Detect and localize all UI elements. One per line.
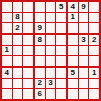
cell-r9c3[interactable] — [23, 89, 33, 99]
cell-r5c8[interactable] — [79, 46, 89, 56]
cell-r1c6[interactable]: 5 — [56, 2, 66, 12]
cell-r4c5[interactable] — [46, 35, 56, 45]
cell-r6c5[interactable] — [46, 56, 56, 66]
cell-r6c9[interactable] — [89, 56, 99, 66]
cell-r6c8[interactable] — [79, 56, 89, 66]
cell-r5c2[interactable] — [13, 46, 23, 56]
cell-r9c7[interactable] — [68, 89, 78, 99]
cell-r5c5[interactable] — [46, 46, 56, 56]
cell-r4c4[interactable]: 8 — [35, 35, 45, 45]
cell-r3c6[interactable] — [56, 23, 66, 33]
cell-r3c5[interactable] — [46, 23, 56, 33]
cell-r4c3[interactable] — [23, 35, 33, 45]
cell-r9c6[interactable] — [56, 89, 66, 99]
cell-r7c2[interactable] — [13, 68, 23, 78]
cell-r8c7[interactable] — [68, 79, 78, 89]
cell-r2c2[interactable]: 8 — [13, 13, 23, 23]
cell-r5c1[interactable]: 1 — [2, 46, 12, 56]
cell-r1c4[interactable] — [35, 2, 45, 12]
sudoku-board: 82594911832423651 — [0, 0, 101, 101]
cell-r4c1[interactable] — [2, 35, 12, 45]
cell-r3c9[interactable] — [89, 23, 99, 33]
cell-r7c3[interactable] — [23, 68, 33, 78]
cell-r9c9[interactable] — [89, 89, 99, 99]
cell-r7c9[interactable]: 1 — [89, 68, 99, 78]
cell-r1c1[interactable] — [2, 2, 12, 12]
cell-r9c5[interactable] — [46, 89, 56, 99]
cell-r5c4[interactable] — [35, 46, 45, 56]
block-r3c2: 236 — [35, 68, 66, 99]
cell-r4c9[interactable]: 2 — [89, 35, 99, 45]
block-r1c1: 82 — [2, 2, 33, 33]
cell-r5c9[interactable] — [89, 46, 99, 56]
block-r2c3: 32 — [68, 35, 99, 66]
cell-r9c8[interactable] — [79, 89, 89, 99]
cell-r9c1[interactable] — [2, 89, 12, 99]
cell-r3c2[interactable]: 2 — [13, 23, 23, 33]
cell-r8c5[interactable]: 3 — [46, 79, 56, 89]
cell-r8c6[interactable] — [56, 79, 66, 89]
cell-r4c7[interactable] — [68, 35, 78, 45]
cell-r5c3[interactable] — [23, 46, 33, 56]
cell-r8c4[interactable]: 2 — [35, 79, 45, 89]
cell-r4c8[interactable]: 3 — [79, 35, 89, 45]
cell-r8c9[interactable] — [89, 79, 99, 89]
block-r1c3: 491 — [68, 2, 99, 33]
cell-r6c3[interactable] — [23, 56, 33, 66]
cell-r3c3[interactable] — [23, 23, 33, 33]
cell-r9c2[interactable] — [13, 89, 23, 99]
cell-r2c7[interactable]: 1 — [68, 13, 78, 23]
cell-r7c6[interactable] — [56, 68, 66, 78]
cell-r1c3[interactable] — [23, 2, 33, 12]
sudoku-blocks: 82594911832423651 — [2, 2, 99, 99]
cell-r6c2[interactable] — [13, 56, 23, 66]
cell-r5c7[interactable] — [68, 46, 78, 56]
cell-r8c1[interactable] — [2, 79, 12, 89]
cell-r8c2[interactable] — [13, 79, 23, 89]
cell-r3c4[interactable]: 9 — [35, 23, 45, 33]
cell-r6c6[interactable] — [56, 56, 66, 66]
cell-r8c3[interactable] — [23, 79, 33, 89]
cell-r1c9[interactable] — [89, 2, 99, 12]
block-r3c3: 51 — [68, 68, 99, 99]
cell-r6c1[interactable] — [2, 56, 12, 66]
cell-r7c1[interactable]: 4 — [2, 68, 12, 78]
cell-r4c2[interactable] — [13, 35, 23, 45]
cell-r6c4[interactable] — [35, 56, 45, 66]
cell-r2c3[interactable] — [23, 13, 33, 23]
cell-r1c7[interactable]: 4 — [68, 2, 78, 12]
cell-r2c9[interactable] — [89, 13, 99, 23]
block-r1c2: 59 — [35, 2, 66, 33]
cell-r7c7[interactable]: 5 — [68, 68, 78, 78]
cell-r5c6[interactable] — [56, 46, 66, 56]
cell-r2c1[interactable] — [2, 13, 12, 23]
cell-r6c7[interactable] — [68, 56, 78, 66]
cell-r3c8[interactable] — [79, 23, 89, 33]
cell-r1c8[interactable]: 9 — [79, 2, 89, 12]
cell-r2c4[interactable] — [35, 13, 45, 23]
cell-r2c5[interactable] — [46, 13, 56, 23]
cell-r7c4[interactable] — [35, 68, 45, 78]
cell-r2c8[interactable] — [79, 13, 89, 23]
cell-r7c5[interactable] — [46, 68, 56, 78]
cell-r9c4[interactable]: 6 — [35, 89, 45, 99]
cell-r4c6[interactable] — [56, 35, 66, 45]
cell-r7c8[interactable] — [79, 68, 89, 78]
block-r3c1: 4 — [2, 68, 33, 99]
cell-r2c6[interactable] — [56, 13, 66, 23]
block-r2c2: 8 — [35, 35, 66, 66]
cell-r3c7[interactable] — [68, 23, 78, 33]
cell-r8c8[interactable] — [79, 79, 89, 89]
cell-r3c1[interactable] — [2, 23, 12, 33]
cell-r1c5[interactable] — [46, 2, 56, 12]
cell-r1c2[interactable] — [13, 2, 23, 12]
block-r2c1: 1 — [2, 35, 33, 66]
